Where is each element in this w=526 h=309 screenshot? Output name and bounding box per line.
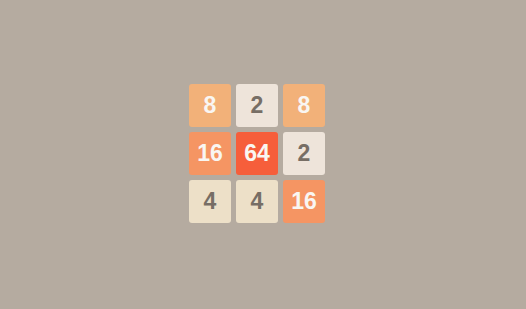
game-background: 8 2 8 16 64 2 4 4 16 [0,0,526,309]
tile-r1c3: 8 [283,84,325,127]
tile-r3c2: 4 [236,180,278,223]
game-board[interactable]: 8 2 8 16 64 2 4 4 16 [189,84,325,223]
tile-r1c2: 2 [236,84,278,127]
tile-r2c2: 64 [236,132,278,175]
tile-r2c3: 2 [283,132,325,175]
tile-r3c3: 16 [283,180,325,223]
tile-r1c1: 8 [189,84,231,127]
tile-r3c1: 4 [189,180,231,223]
tile-r2c1: 16 [189,132,231,175]
